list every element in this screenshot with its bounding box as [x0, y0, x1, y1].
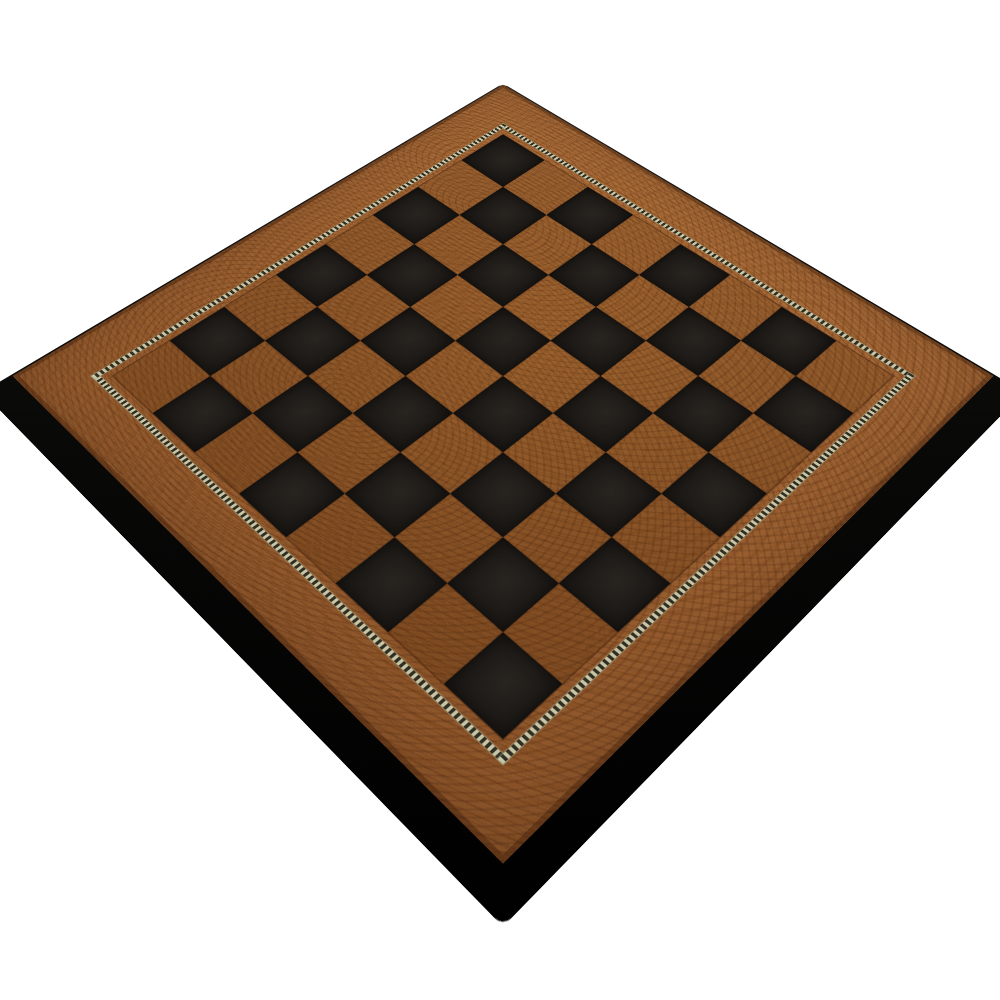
square-d8[interactable] [239, 452, 345, 537]
square-b8[interactable] [153, 376, 253, 452]
square-d7[interactable] [298, 413, 401, 493]
square-g4[interactable] [606, 413, 709, 493]
square-e5[interactable] [453, 376, 553, 452]
square-h8[interactable] [444, 632, 562, 739]
square-f5[interactable] [503, 413, 606, 493]
square-h3[interactable] [708, 413, 811, 493]
square-f7[interactable] [395, 494, 503, 584]
square-c7[interactable] [253, 376, 353, 452]
square-h2[interactable] [753, 376, 853, 452]
square-d6[interactable] [353, 376, 453, 452]
product-photo-canvas [0, 0, 1000, 1000]
square-g3[interactable] [653, 376, 753, 452]
square-e8[interactable] [286, 494, 394, 584]
square-h5[interactable] [611, 494, 719, 584]
square-h7[interactable] [503, 583, 618, 684]
square-g8[interactable] [388, 583, 503, 684]
square-c8[interactable] [195, 413, 298, 493]
square-e7[interactable] [345, 452, 451, 537]
square-f8[interactable] [336, 537, 448, 632]
square-g5[interactable] [556, 452, 662, 537]
chess-board [12, 85, 993, 864]
square-h4[interactable] [661, 452, 767, 537]
square-g7[interactable] [447, 537, 559, 632]
playing-field [113, 134, 894, 739]
square-g6[interactable] [503, 494, 611, 584]
square-e6[interactable] [400, 413, 503, 493]
square-f4[interactable] [553, 376, 653, 452]
square-f6[interactable] [450, 452, 556, 537]
square-h6[interactable] [559, 537, 671, 632]
